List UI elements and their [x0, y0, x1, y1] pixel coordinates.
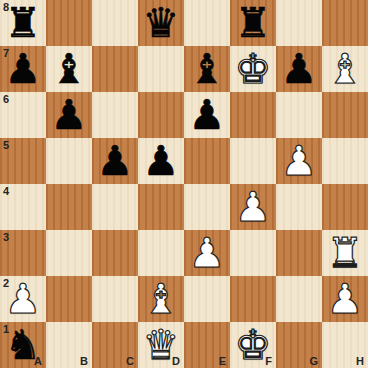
black-rook[interactable]: ♜	[0, 0, 46, 46]
square-b6[interactable]: ♟	[46, 92, 92, 138]
black-pawn[interactable]: ♟	[184, 92, 230, 138]
square-e4[interactable]	[184, 184, 230, 230]
square-c4[interactable]	[92, 184, 138, 230]
square-e6[interactable]: ♟	[184, 92, 230, 138]
square-h7[interactable]: ♝	[322, 46, 368, 92]
square-h6[interactable]	[322, 92, 368, 138]
white-pawn[interactable]: ♟	[322, 276, 368, 322]
square-h8[interactable]	[322, 0, 368, 46]
black-knight[interactable]: ♞	[0, 322, 46, 368]
square-a8[interactable]: 8♜	[0, 0, 46, 46]
square-a2[interactable]: 2♟	[0, 276, 46, 322]
square-e5[interactable]	[184, 138, 230, 184]
rank-label-5: 5	[3, 139, 9, 151]
square-g3[interactable]	[276, 230, 322, 276]
square-b3[interactable]	[46, 230, 92, 276]
square-f5[interactable]	[230, 138, 276, 184]
white-queen[interactable]: ♛	[138, 322, 184, 368]
white-pawn[interactable]: ♟	[276, 138, 322, 184]
white-king[interactable]: ♚	[230, 46, 276, 92]
square-h3[interactable]: ♜	[322, 230, 368, 276]
square-b8[interactable]	[46, 0, 92, 46]
black-pawn[interactable]: ♟	[92, 138, 138, 184]
black-pawn[interactable]: ♟	[138, 138, 184, 184]
black-pawn[interactable]: ♟	[276, 46, 322, 92]
file-label-g: G	[309, 355, 318, 367]
square-e8[interactable]	[184, 0, 230, 46]
white-rook[interactable]: ♜	[322, 230, 368, 276]
square-a3[interactable]: 3	[0, 230, 46, 276]
black-rook[interactable]: ♜	[230, 0, 276, 46]
square-a4[interactable]: 4	[0, 184, 46, 230]
square-e3[interactable]: ♟	[184, 230, 230, 276]
square-h5[interactable]	[322, 138, 368, 184]
square-c5[interactable]: ♟	[92, 138, 138, 184]
square-e7[interactable]: ♝	[184, 46, 230, 92]
square-b7[interactable]: ♝	[46, 46, 92, 92]
square-d3[interactable]	[138, 230, 184, 276]
square-f7[interactable]: ♚	[230, 46, 276, 92]
white-bishop[interactable]: ♝	[322, 46, 368, 92]
square-f8[interactable]: ♜	[230, 0, 276, 46]
square-g4[interactable]	[276, 184, 322, 230]
square-f4[interactable]: ♟	[230, 184, 276, 230]
square-c6[interactable]	[92, 92, 138, 138]
square-g7[interactable]: ♟	[276, 46, 322, 92]
square-c2[interactable]	[92, 276, 138, 322]
white-pawn[interactable]: ♟	[0, 276, 46, 322]
square-a1[interactable]: 1A♞	[0, 322, 46, 368]
square-b1[interactable]: B	[46, 322, 92, 368]
square-b2[interactable]	[46, 276, 92, 322]
rank-label-6: 6	[3, 93, 9, 105]
square-f2[interactable]	[230, 276, 276, 322]
square-b5[interactable]	[46, 138, 92, 184]
square-g2[interactable]	[276, 276, 322, 322]
white-bishop[interactable]: ♝	[138, 276, 184, 322]
square-a7[interactable]: 7♟	[0, 46, 46, 92]
chess-board: 8♜♛♜7♟♝♝♚♟♝6♟♟5♟♟♟4♟3♟♜2♟♝♟1A♞BCD♛EF♚GH	[0, 0, 368, 368]
square-c3[interactable]	[92, 230, 138, 276]
square-d7[interactable]	[138, 46, 184, 92]
rank-label-3: 3	[3, 231, 9, 243]
square-f3[interactable]	[230, 230, 276, 276]
square-d6[interactable]	[138, 92, 184, 138]
square-c7[interactable]	[92, 46, 138, 92]
rank-label-4: 4	[3, 185, 9, 197]
square-c8[interactable]	[92, 0, 138, 46]
square-h1[interactable]: H	[322, 322, 368, 368]
square-d4[interactable]	[138, 184, 184, 230]
file-label-h: H	[356, 355, 364, 367]
square-g1[interactable]: G	[276, 322, 322, 368]
black-pawn[interactable]: ♟	[46, 92, 92, 138]
white-pawn[interactable]: ♟	[184, 230, 230, 276]
square-g6[interactable]	[276, 92, 322, 138]
square-a6[interactable]: 6	[0, 92, 46, 138]
square-f6[interactable]	[230, 92, 276, 138]
file-label-e: E	[219, 355, 226, 367]
square-d2[interactable]: ♝	[138, 276, 184, 322]
square-d8[interactable]: ♛	[138, 0, 184, 46]
white-king[interactable]: ♚	[230, 322, 276, 368]
square-a5[interactable]: 5	[0, 138, 46, 184]
square-d1[interactable]: D♛	[138, 322, 184, 368]
square-e2[interactable]	[184, 276, 230, 322]
white-pawn[interactable]: ♟	[230, 184, 276, 230]
square-b4[interactable]	[46, 184, 92, 230]
file-label-c: C	[126, 355, 134, 367]
square-e1[interactable]: E	[184, 322, 230, 368]
black-pawn[interactable]: ♟	[0, 46, 46, 92]
square-g5[interactable]: ♟	[276, 138, 322, 184]
black-bishop[interactable]: ♝	[46, 46, 92, 92]
file-label-b: B	[80, 355, 88, 367]
square-c1[interactable]: C	[92, 322, 138, 368]
black-bishop[interactable]: ♝	[184, 46, 230, 92]
square-g8[interactable]	[276, 0, 322, 46]
black-queen[interactable]: ♛	[138, 0, 184, 46]
square-h4[interactable]	[322, 184, 368, 230]
square-h2[interactable]: ♟	[322, 276, 368, 322]
square-d5[interactable]: ♟	[138, 138, 184, 184]
square-f1[interactable]: F♚	[230, 322, 276, 368]
